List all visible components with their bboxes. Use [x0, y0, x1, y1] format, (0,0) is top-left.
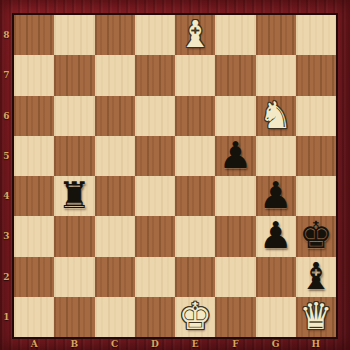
- square-h8[interactable]: [296, 15, 336, 55]
- square-c1[interactable]: [95, 297, 135, 337]
- square-h4[interactable]: [296, 176, 336, 216]
- square-d1[interactable]: [135, 297, 175, 337]
- black-pawn[interactable]: ♟: [219, 136, 252, 176]
- square-b4[interactable]: ♜: [54, 176, 94, 216]
- white-knight[interactable]: ♞: [259, 96, 292, 136]
- square-a1[interactable]: [14, 297, 54, 337]
- square-e1[interactable]: ♚: [175, 297, 215, 337]
- square-h2[interactable]: ♝: [296, 257, 336, 297]
- square-e4[interactable]: [175, 176, 215, 216]
- black-pawn[interactable]: ♟: [259, 216, 292, 256]
- square-c7[interactable]: [95, 55, 135, 95]
- square-e2[interactable]: [175, 257, 215, 297]
- white-king[interactable]: ♚: [179, 297, 212, 337]
- square-f1[interactable]: [215, 297, 255, 337]
- square-d6[interactable]: [135, 96, 175, 136]
- square-h5[interactable]: [296, 136, 336, 176]
- square-d5[interactable]: [135, 136, 175, 176]
- square-h3[interactable]: ♚: [296, 216, 336, 256]
- square-g7[interactable]: [256, 55, 296, 95]
- square-b5[interactable]: [54, 136, 94, 176]
- black-bishop[interactable]: ♝: [299, 257, 332, 297]
- square-g2[interactable]: [256, 257, 296, 297]
- square-d3[interactable]: [135, 216, 175, 256]
- black-pawn[interactable]: ♟: [259, 176, 292, 216]
- square-c6[interactable]: [95, 96, 135, 136]
- square-g4[interactable]: ♟: [256, 176, 296, 216]
- square-f6[interactable]: [215, 96, 255, 136]
- square-e5[interactable]: [175, 136, 215, 176]
- square-a6[interactable]: [14, 96, 54, 136]
- square-c8[interactable]: [95, 15, 135, 55]
- square-f7[interactable]: [215, 55, 255, 95]
- square-d4[interactable]: [135, 176, 175, 216]
- square-c5[interactable]: [95, 136, 135, 176]
- square-e3[interactable]: [175, 216, 215, 256]
- board: ♝♞♟♜♟♟♚♝♚♛: [12, 13, 338, 339]
- square-f3[interactable]: [215, 216, 255, 256]
- square-g1[interactable]: [256, 297, 296, 337]
- square-a8[interactable]: [14, 15, 54, 55]
- white-queen[interactable]: ♛: [299, 297, 332, 337]
- black-king[interactable]: ♚: [299, 216, 332, 256]
- square-h6[interactable]: [296, 96, 336, 136]
- square-b3[interactable]: [54, 216, 94, 256]
- square-c4[interactable]: [95, 176, 135, 216]
- chess-board-frame: 87654321 ABCDEFGH ♝♞♟♜♟♟♚♝♚♛: [0, 0, 350, 350]
- white-bishop[interactable]: ♝: [179, 15, 212, 55]
- square-g5[interactable]: [256, 136, 296, 176]
- square-d8[interactable]: [135, 15, 175, 55]
- square-b1[interactable]: [54, 297, 94, 337]
- square-h1[interactable]: ♛: [296, 297, 336, 337]
- square-g8[interactable]: [256, 15, 296, 55]
- square-a4[interactable]: [14, 176, 54, 216]
- square-b6[interactable]: [54, 96, 94, 136]
- square-g6[interactable]: ♞: [256, 96, 296, 136]
- square-e6[interactable]: [175, 96, 215, 136]
- square-c2[interactable]: [95, 257, 135, 297]
- square-c3[interactable]: [95, 216, 135, 256]
- square-a5[interactable]: [14, 136, 54, 176]
- square-e7[interactable]: [175, 55, 215, 95]
- square-d2[interactable]: [135, 257, 175, 297]
- square-h7[interactable]: [296, 55, 336, 95]
- square-g3[interactable]: ♟: [256, 216, 296, 256]
- square-f2[interactable]: [215, 257, 255, 297]
- black-rook[interactable]: ♜: [58, 176, 91, 216]
- square-f4[interactable]: [215, 176, 255, 216]
- square-a2[interactable]: [14, 257, 54, 297]
- square-d7[interactable]: [135, 55, 175, 95]
- square-f8[interactable]: [215, 15, 255, 55]
- square-f5[interactable]: ♟: [215, 136, 255, 176]
- square-e8[interactable]: ♝: [175, 15, 215, 55]
- square-a3[interactable]: [14, 216, 54, 256]
- square-a7[interactable]: [14, 55, 54, 95]
- square-b7[interactable]: [54, 55, 94, 95]
- square-b2[interactable]: [54, 257, 94, 297]
- square-b8[interactable]: [54, 15, 94, 55]
